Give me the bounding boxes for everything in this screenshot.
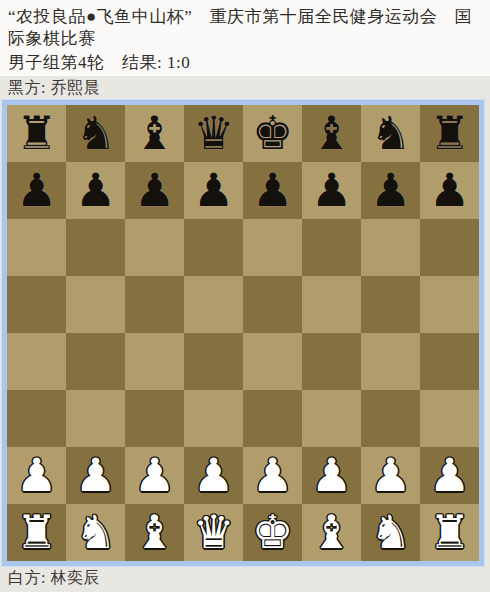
square-g8: ♞	[361, 105, 420, 162]
white-knight: ♞	[370, 504, 411, 561]
page: “农投良品●飞鱼中山杯” 重庆市第十届全民健身运动会 国际象棋比赛 男子组第4轮…	[0, 0, 490, 592]
event-title: “农投良品●飞鱼中山杯” 重庆市第十届全民健身运动会 国际象棋比赛	[8, 6, 480, 50]
black-bishop: ♝	[311, 105, 352, 162]
black-pawn: ♟	[311, 162, 352, 219]
black-knight: ♞	[370, 105, 411, 162]
white-rook: ♜	[16, 504, 57, 561]
chess-board: ♜♞♝♛♚♝♞♜♟♟♟♟♟♟♟♟♟♟♟♟♟♟♟♟♜♞♝♛♚♝♞♜	[7, 105, 479, 561]
square-c1: ♝	[125, 504, 184, 561]
square-f8: ♝	[302, 105, 361, 162]
square-e8: ♚	[243, 105, 302, 162]
square-d5	[184, 276, 243, 333]
square-c2: ♟	[125, 447, 184, 504]
black-bishop: ♝	[134, 105, 175, 162]
square-h8: ♜	[420, 105, 479, 162]
board-frame: ♜♞♝♛♚♝♞♜♟♟♟♟♟♟♟♟♟♟♟♟♟♟♟♟♜♞♝♛♚♝♞♜	[2, 100, 484, 566]
square-h5	[420, 276, 479, 333]
white-pawn: ♟	[75, 447, 116, 504]
white-knight: ♞	[75, 504, 116, 561]
square-g6	[361, 219, 420, 276]
square-f4	[302, 333, 361, 390]
white-rook: ♜	[429, 504, 470, 561]
square-h4	[420, 333, 479, 390]
square-f3	[302, 390, 361, 447]
square-f5	[302, 276, 361, 333]
square-c7: ♟	[125, 162, 184, 219]
square-b2: ♟	[66, 447, 125, 504]
square-h7: ♟	[420, 162, 479, 219]
black-pawn: ♟	[429, 162, 470, 219]
white-player-label: 白方: 林奕辰	[0, 566, 490, 590]
square-e1: ♚	[243, 504, 302, 561]
square-c6	[125, 219, 184, 276]
black-rook: ♜	[429, 105, 470, 162]
square-f7: ♟	[302, 162, 361, 219]
square-e7: ♟	[243, 162, 302, 219]
square-e5	[243, 276, 302, 333]
square-f6	[302, 219, 361, 276]
white-bishop: ♝	[311, 504, 352, 561]
article-header: “农投良品●飞鱼中山杯” 重庆市第十届全民健身运动会 国际象棋比赛 男子组第4轮…	[0, 0, 490, 73]
square-h2: ♟	[420, 447, 479, 504]
white-king: ♚	[252, 504, 293, 561]
black-rook: ♜	[16, 105, 57, 162]
square-g1: ♞	[361, 504, 420, 561]
square-g5	[361, 276, 420, 333]
white-pawn: ♟	[311, 447, 352, 504]
square-c5	[125, 276, 184, 333]
square-b6	[66, 219, 125, 276]
square-f1: ♝	[302, 504, 361, 561]
square-e4	[243, 333, 302, 390]
white-queen: ♛	[193, 504, 234, 561]
square-b4	[66, 333, 125, 390]
square-d4	[184, 333, 243, 390]
square-g2: ♟	[361, 447, 420, 504]
square-d7: ♟	[184, 162, 243, 219]
square-h1: ♜	[420, 504, 479, 561]
square-g7: ♟	[361, 162, 420, 219]
square-b1: ♞	[66, 504, 125, 561]
square-a6	[7, 219, 66, 276]
black-pawn: ♟	[134, 162, 175, 219]
white-pawn: ♟	[370, 447, 411, 504]
square-d1: ♛	[184, 504, 243, 561]
black-knight: ♞	[75, 105, 116, 162]
white-pawn: ♟	[252, 447, 293, 504]
square-b7: ♟	[66, 162, 125, 219]
square-d6	[184, 219, 243, 276]
square-b5	[66, 276, 125, 333]
square-d3	[184, 390, 243, 447]
white-pawn: ♟	[193, 447, 234, 504]
black-player-label: 黑方: 乔熙晨	[0, 76, 490, 100]
square-a1: ♜	[7, 504, 66, 561]
white-pawn: ♟	[134, 447, 175, 504]
square-a7: ♟	[7, 162, 66, 219]
square-e2: ♟	[243, 447, 302, 504]
square-a2: ♟	[7, 447, 66, 504]
square-e3	[243, 390, 302, 447]
black-pawn: ♟	[16, 162, 57, 219]
black-pawn: ♟	[75, 162, 116, 219]
white-pawn: ♟	[429, 447, 470, 504]
square-b8: ♞	[66, 105, 125, 162]
black-queen: ♛	[193, 105, 234, 162]
square-d8: ♛	[184, 105, 243, 162]
black-pawn: ♟	[193, 162, 234, 219]
square-h6	[420, 219, 479, 276]
square-e6	[243, 219, 302, 276]
black-pawn: ♟	[370, 162, 411, 219]
round-and-result: 男子组第4轮 结果: 1:0	[8, 52, 480, 73]
square-c8: ♝	[125, 105, 184, 162]
board-photo-area: 黑方: 乔熙晨 ♜♞♝♛♚♝♞♜♟♟♟♟♟♟♟♟♟♟♟♟♟♟♟♟♜♞♝♛♚♝♞♜…	[0, 76, 490, 592]
white-bishop: ♝	[134, 504, 175, 561]
square-c4	[125, 333, 184, 390]
square-d2: ♟	[184, 447, 243, 504]
square-c3	[125, 390, 184, 447]
black-king: ♚	[252, 105, 293, 162]
square-g3	[361, 390, 420, 447]
white-pawn: ♟	[16, 447, 57, 504]
square-f2: ♟	[302, 447, 361, 504]
square-a5	[7, 276, 66, 333]
square-g4	[361, 333, 420, 390]
square-a4	[7, 333, 66, 390]
black-pawn: ♟	[252, 162, 293, 219]
square-h3	[420, 390, 479, 447]
square-a3	[7, 390, 66, 447]
square-a8: ♜	[7, 105, 66, 162]
square-b3	[66, 390, 125, 447]
